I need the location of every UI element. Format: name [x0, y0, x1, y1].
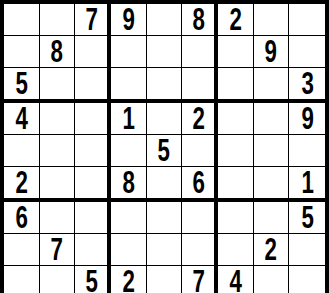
cell-r8c4[interactable] [111, 234, 147, 266]
given-digit: 2 [122, 266, 134, 293]
cell-r5c2[interactable] [40, 135, 76, 167]
given-digit: 8 [51, 36, 63, 67]
cell-r5c8[interactable] [254, 135, 290, 167]
cell-r2c5[interactable] [147, 36, 183, 68]
cell-r8c1[interactable] [4, 234, 40, 266]
cell-r9c5[interactable] [147, 266, 183, 293]
given-digit: 4 [15, 103, 27, 134]
given-digit: 1 [122, 103, 134, 134]
cell-r4c6[interactable]: 2 [182, 103, 218, 135]
cell-r7c1[interactable]: 6 [4, 202, 40, 234]
cell-r4c4[interactable]: 1 [111, 103, 147, 135]
given-digit: 7 [85, 4, 97, 35]
cell-r8c2[interactable]: 7 [40, 234, 76, 266]
given-digit: 2 [192, 103, 204, 134]
cell-r2c8[interactable]: 9 [254, 36, 290, 68]
cell-r6c7[interactable] [218, 167, 254, 202]
given-digit: 2 [15, 167, 27, 198]
cell-r2c6[interactable] [182, 36, 218, 68]
cell-r5c4[interactable] [111, 135, 147, 167]
given-digit: 2 [265, 234, 277, 265]
given-digit: 8 [192, 4, 204, 35]
cell-r3c5[interactable] [147, 68, 183, 103]
given-digit: 7 [192, 266, 204, 293]
cell-r3c7[interactable] [218, 68, 254, 103]
cell-r1c7[interactable]: 2 [218, 4, 254, 36]
cell-r9c1[interactable] [4, 266, 40, 293]
cell-r5c3[interactable] [75, 135, 111, 167]
cell-r9c6[interactable]: 7 [182, 266, 218, 293]
given-digit: 9 [265, 36, 277, 67]
given-digit: 9 [122, 4, 134, 35]
cell-r7c3[interactable] [75, 202, 111, 234]
cell-r1c1[interactable] [4, 4, 40, 36]
cell-r1c8[interactable] [254, 4, 290, 36]
cell-r1c5[interactable] [147, 4, 183, 36]
cell-r2c9[interactable] [289, 36, 325, 68]
cell-r1c4[interactable]: 9 [111, 4, 147, 36]
cell-r7c8[interactable] [254, 202, 290, 234]
cell-r9c8[interactable] [254, 266, 290, 293]
cell-r1c3[interactable]: 7 [75, 4, 111, 36]
cell-r2c1[interactable] [4, 36, 40, 68]
cell-r1c6[interactable]: 8 [182, 4, 218, 36]
given-digit: 5 [158, 135, 170, 166]
given-digit: 4 [229, 266, 241, 293]
cell-r4c8[interactable] [254, 103, 290, 135]
cell-r4c2[interactable] [40, 103, 76, 135]
cell-r8c6[interactable] [182, 234, 218, 266]
cell-r3c4[interactable] [111, 68, 147, 103]
given-digit: 6 [192, 167, 204, 198]
cell-r9c2[interactable] [40, 266, 76, 293]
given-digit: 6 [15, 202, 27, 233]
sudoku-board: 7982895341295286165725274 [0, 0, 329, 293]
cell-r2c2[interactable]: 8 [40, 36, 76, 68]
cell-r2c3[interactable] [75, 36, 111, 68]
cell-r9c3[interactable]: 5 [75, 266, 111, 293]
given-digit: 5 [15, 68, 27, 99]
given-digit: 5 [85, 266, 97, 293]
sudoku-puzzle: 7982895341295286165725274 [0, 0, 329, 293]
cell-r8c8[interactable]: 2 [254, 234, 290, 266]
cell-r1c9[interactable] [289, 4, 325, 36]
cell-r3c6[interactable] [182, 68, 218, 103]
cell-r1c2[interactable] [40, 4, 76, 36]
given-digit: 9 [301, 103, 313, 134]
cell-r5c9[interactable] [289, 135, 325, 167]
cell-r4c1[interactable]: 4 [4, 103, 40, 135]
cell-r3c9[interactable]: 3 [289, 68, 325, 103]
cell-r5c5[interactable]: 5 [147, 135, 183, 167]
given-digit: 7 [51, 234, 63, 265]
cell-r8c5[interactable] [147, 234, 183, 266]
given-digit: 3 [301, 68, 313, 99]
cell-r3c2[interactable] [40, 68, 76, 103]
cell-r9c7[interactable]: 4 [218, 266, 254, 293]
cell-r2c7[interactable] [218, 36, 254, 68]
cell-r7c9[interactable]: 5 [289, 202, 325, 234]
cell-r4c5[interactable] [147, 103, 183, 135]
cell-r3c1[interactable]: 5 [4, 68, 40, 103]
cell-r6c3[interactable] [75, 167, 111, 202]
cell-r4c3[interactable] [75, 103, 111, 135]
cell-r5c1[interactable] [4, 135, 40, 167]
cell-r7c6[interactable] [182, 202, 218, 234]
cell-r8c9[interactable] [289, 234, 325, 266]
cell-r6c5[interactable] [147, 167, 183, 202]
cell-r5c7[interactable] [218, 135, 254, 167]
cell-r9c9[interactable] [289, 266, 325, 293]
cell-r6c1[interactable]: 2 [4, 167, 40, 202]
cell-r9c4[interactable]: 2 [111, 266, 147, 293]
cell-r8c3[interactable] [75, 234, 111, 266]
cell-r5c6[interactable] [182, 135, 218, 167]
given-digit: 2 [229, 4, 241, 35]
cell-r8c7[interactable] [218, 234, 254, 266]
cell-r6c6[interactable]: 6 [182, 167, 218, 202]
cell-r7c4[interactable] [111, 202, 147, 234]
cell-r2c4[interactable] [111, 36, 147, 68]
cell-r4c9[interactable]: 9 [289, 103, 325, 135]
cell-r6c8[interactable] [254, 167, 290, 202]
given-digit: 8 [122, 167, 134, 198]
cell-r6c4[interactable]: 8 [111, 167, 147, 202]
cell-r6c9[interactable]: 1 [289, 167, 325, 202]
cell-r4c7[interactable] [218, 103, 254, 135]
cell-r3c3[interactable] [75, 68, 111, 103]
cell-r7c7[interactable] [218, 202, 254, 234]
cell-r7c2[interactable] [40, 202, 76, 234]
cell-r6c2[interactable] [40, 167, 76, 202]
given-digit: 1 [301, 167, 313, 198]
cell-r7c5[interactable] [147, 202, 183, 234]
given-digit: 5 [301, 202, 313, 233]
cell-r3c8[interactable] [254, 68, 290, 103]
